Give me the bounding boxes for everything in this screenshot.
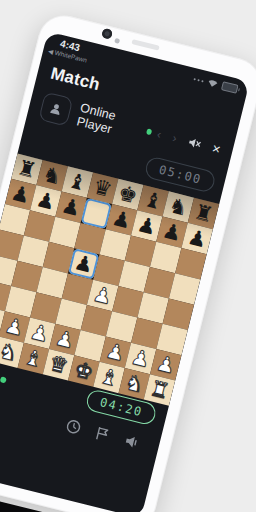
- black-knight: ♞: [167, 195, 190, 220]
- black-bishop: ♝: [66, 169, 89, 194]
- person-icon: [48, 101, 64, 117]
- marketing-stage: 4:43 ◀ WhitePawn Match: [0, 0, 256, 512]
- app-screen: 4:43 ◀ WhitePawn Match: [0, 31, 250, 512]
- white-pawn: ♟: [91, 283, 114, 308]
- opponent-avatar[interactable]: [38, 91, 73, 126]
- mute-sound-button[interactable]: [187, 136, 203, 151]
- white-pawn: ♟: [28, 321, 51, 346]
- next-move-button[interactable]: ›: [165, 129, 184, 146]
- black-pawn: ♟: [59, 195, 82, 220]
- black-pawn: ♟: [135, 214, 158, 239]
- black-pawn: ♟: [72, 251, 95, 276]
- black-king: ♚: [116, 182, 139, 207]
- white-pawn: ♟: [154, 352, 177, 377]
- white-pawn: ♟: [129, 346, 152, 371]
- white-knight: ♞: [123, 371, 146, 396]
- sensor-dot: [114, 38, 120, 44]
- white-pawn: ♟: [53, 327, 76, 352]
- black-queen: ♛: [91, 176, 114, 201]
- black-bishop: ♝: [141, 188, 164, 213]
- black-pawn: ♟: [9, 182, 32, 207]
- white-pawn: ♟: [3, 315, 26, 340]
- battery-icon: [221, 81, 239, 94]
- white-king: ♚: [72, 359, 95, 384]
- white-bishop: ♝: [97, 365, 120, 390]
- black-knight: ♞: [40, 163, 63, 188]
- speaker-icon[interactable]: [123, 433, 141, 450]
- close-button[interactable]: ×: [209, 139, 225, 157]
- black-pawn: ♟: [160, 220, 183, 245]
- black-rook: ♜: [15, 157, 38, 182]
- chess-board: ♜♞♝♛♚♝♞♜♟♟♟♟♟♟♟♟♟♟♟♟♟♟♟♟♜♞♝♛♚♝♞♜: [0, 154, 219, 406]
- white-knight: ♞: [0, 340, 20, 365]
- clock-icon[interactable]: [64, 418, 82, 436]
- wifi-icon: [206, 78, 219, 89]
- white-bishop: ♝: [22, 346, 45, 371]
- front-camera: [101, 28, 113, 40]
- earpiece-speaker: [131, 39, 159, 51]
- player-online-dot: [0, 376, 7, 383]
- phone-mockup: 4:43 ◀ WhitePawn Match: [0, 10, 256, 512]
- black-rook: ♜: [192, 201, 215, 226]
- black-pawn: ♟: [110, 207, 133, 232]
- white-queen: ♛: [47, 352, 70, 377]
- opponent-name: Online Player: [75, 101, 144, 144]
- white-pawn: ♟: [104, 340, 127, 365]
- game-action-bar: [64, 418, 140, 451]
- resign-flag-icon[interactable]: [94, 425, 112, 443]
- black-pawn: ♟: [186, 226, 209, 251]
- white-rook: ♜: [148, 378, 171, 403]
- signal-dots-icon: [194, 78, 204, 82]
- black-pawn: ♟: [34, 188, 57, 213]
